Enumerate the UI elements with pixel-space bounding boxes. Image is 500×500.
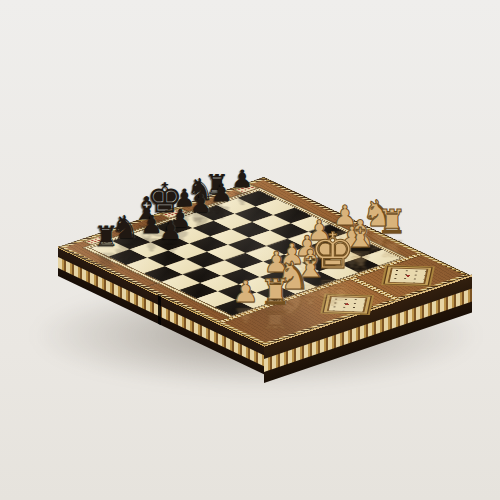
white-rook-h5[interactable]: ♜ xyxy=(377,205,407,238)
chess-set-photo: ♜♜♞♞♝♝♚♚♟♟♞♞♜♜♟♟♟♟♟♟♟♟♟♟♟♟♟♟♜♜♞♞♝♝♚♚♟♟♟♟… xyxy=(0,0,500,500)
white-rook-c1[interactable]: ♜ xyxy=(260,275,291,310)
black-pawn-e7[interactable]: ♟ xyxy=(190,192,212,217)
fold-hinge-gap xyxy=(158,294,161,325)
wing-diamond-medallion-upper xyxy=(388,268,429,284)
black-pawn-f7[interactable]: ♟ xyxy=(211,181,233,205)
black-rook-a8[interactable]: ♜ xyxy=(93,222,118,250)
black-pawn-h8[interactable]: ♟ xyxy=(231,167,253,191)
black-pawn-c7[interactable]: ♟ xyxy=(159,219,182,244)
white-pawn-b1[interactable]: ♟ xyxy=(232,277,259,307)
